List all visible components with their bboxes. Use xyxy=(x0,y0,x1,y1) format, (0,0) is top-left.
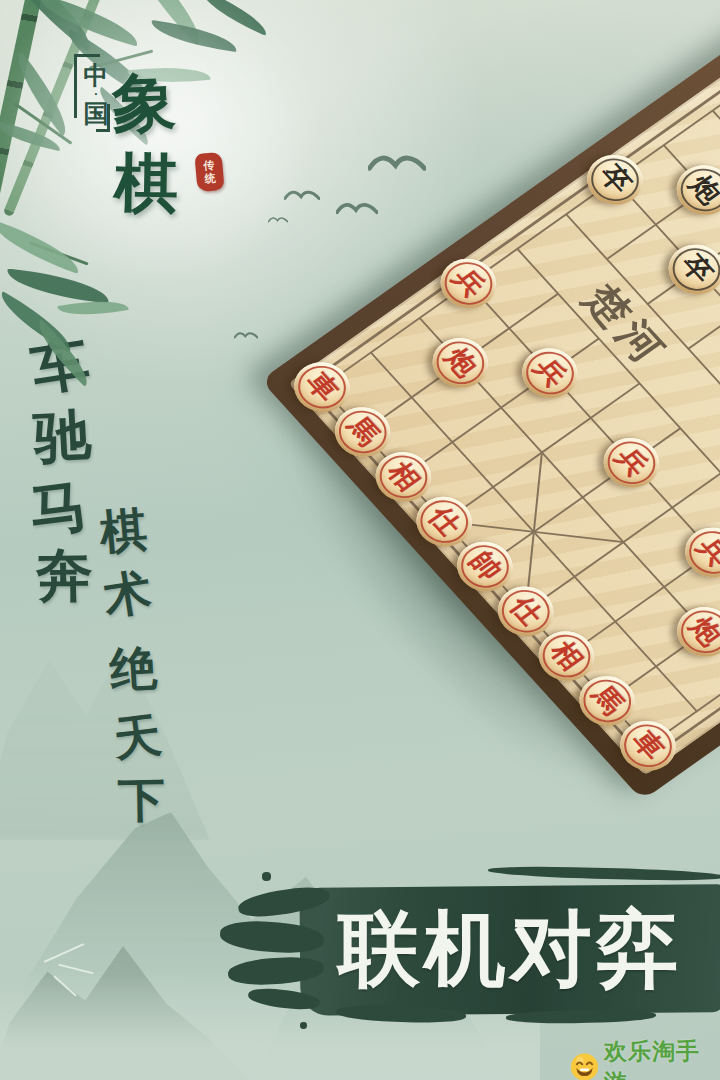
banner-brush-fleck xyxy=(282,908,288,914)
traditional-seal: 传 统 xyxy=(194,152,224,192)
slogan-char: 驰 xyxy=(32,398,93,478)
slogan-char: 天 xyxy=(110,703,164,771)
piece-glyph: 仕 xyxy=(501,589,551,632)
xiangqi-promo-poster: 车驰马奔 棋术绝天下 中 · 国 象 棋 传 统 楚河 車馬象士將士象馬車炮炮卒… xyxy=(0,0,720,1080)
piece-glyph: 兵 xyxy=(444,261,494,304)
slogan-char: 下 xyxy=(117,769,165,833)
piece-glyph: 兵 xyxy=(689,530,720,573)
piece-glyph: 兵 xyxy=(607,441,657,484)
piece-glyph: 車 xyxy=(298,365,348,408)
watermark: 欢乐淘手游 xyxy=(570,1036,720,1080)
bird-icon xyxy=(368,150,426,176)
banner-brush-fleck xyxy=(488,865,720,883)
seal-char: 传 xyxy=(203,159,215,173)
piece-glyph: 馬 xyxy=(338,410,388,453)
slogan-char: 奔 xyxy=(35,538,93,616)
banner-label: 联机对弈 xyxy=(300,890,720,1010)
slogan-char: 棋 xyxy=(97,498,149,565)
seal-char: 统 xyxy=(204,172,216,186)
online-play-banner[interactable]: 联机对弈 xyxy=(0,856,720,1061)
laughing-emoji-icon xyxy=(570,1052,599,1080)
piece-glyph: 卒 xyxy=(591,158,641,201)
bird-icon xyxy=(234,324,258,343)
watermark-label: 欢乐淘手游 xyxy=(604,1036,720,1080)
banner-brush-fleck xyxy=(262,872,271,881)
piece-glyph: 馬 xyxy=(583,679,633,722)
bird-icon xyxy=(336,199,378,219)
piece-glyph: 卒 xyxy=(672,247,720,290)
bracket-icon xyxy=(96,104,110,132)
piece-glyph: 帥 xyxy=(461,544,511,587)
piece-glyph: 相 xyxy=(379,455,429,498)
logo-char: 中 xyxy=(84,62,109,89)
piece-glyph: 兵 xyxy=(526,351,576,394)
piece-glyph: 炮 xyxy=(680,168,720,211)
piece-glyph: 仕 xyxy=(420,499,470,542)
slogan-char: 术 xyxy=(99,560,155,630)
slogan-char: 绝 xyxy=(108,637,158,702)
logo-title-char: 棋 xyxy=(113,139,179,227)
banner-brush-fleck xyxy=(300,1022,307,1029)
piece-glyph: 炮 xyxy=(436,341,486,384)
logo-title-char: 象 xyxy=(111,59,178,148)
piece-glyph: 炮 xyxy=(680,610,720,653)
piece-glyph: 相 xyxy=(542,634,592,677)
piece-glyph: 車 xyxy=(624,724,674,767)
